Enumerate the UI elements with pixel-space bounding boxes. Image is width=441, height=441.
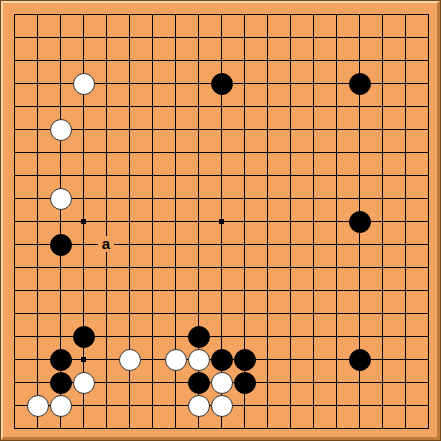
white-stone	[188, 395, 210, 417]
black-stone	[188, 372, 210, 394]
white-stone	[50, 119, 72, 141]
black-stone	[349, 349, 371, 371]
black-stone	[50, 349, 72, 371]
black-stone	[349, 73, 371, 95]
black-stone	[188, 326, 210, 348]
white-stone	[211, 372, 233, 394]
white-stone	[188, 349, 210, 371]
black-stone	[234, 372, 256, 394]
white-stone	[50, 188, 72, 210]
black-stone	[211, 349, 233, 371]
white-stone	[165, 349, 187, 371]
black-stone	[50, 372, 72, 394]
white-stone	[119, 349, 141, 371]
black-stone	[73, 326, 95, 348]
black-stone	[50, 234, 72, 256]
go-board: a	[0, 0, 441, 441]
annotation-label: a	[98, 236, 114, 252]
white-stone	[211, 395, 233, 417]
white-stone	[50, 395, 72, 417]
star-point-icon	[81, 219, 86, 224]
star-point-icon	[81, 357, 86, 362]
black-stone	[211, 73, 233, 95]
star-point-icon	[219, 219, 224, 224]
black-stone	[234, 349, 256, 371]
white-stone	[27, 395, 49, 417]
white-stone	[73, 372, 95, 394]
black-stone	[349, 211, 371, 233]
white-stone	[73, 73, 95, 95]
